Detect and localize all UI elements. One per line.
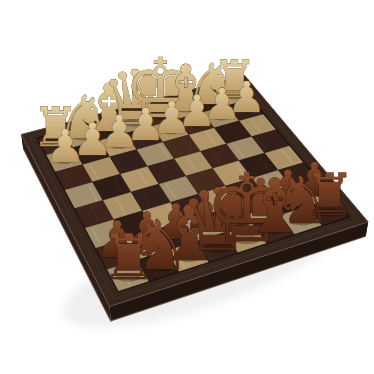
black-rook: ♜ [303,161,355,229]
chessboard-scene: ♜♞♝♛♚♝♞♜♟♟♟♟♟♟♟♟♟♟♟♟♟♟♟♟♜♞♝♛♚♝♞♜ [0,0,374,374]
chess-product-photo: ♜♞♝♛♚♝♞♜♟♟♟♟♟♟♟♟♟♟♟♟♟♟♟♟♜♞♝♛♚♝♞♜ [0,0,374,374]
white-pawn: ♟ [228,72,266,122]
